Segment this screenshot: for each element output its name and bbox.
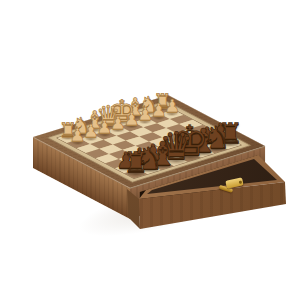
- piece-white-pawn[interactable]: ♟: [70, 128, 86, 146]
- piece-black-rook[interactable]: ♜: [123, 149, 148, 177]
- chess-set-photo: ♜♞♟♝♟♚♟♛♟♝♟♞♟♜♟♟♟♟♜♟♞♟♝♟♚♟♛♟♝♟♞♜: [0, 0, 300, 300]
